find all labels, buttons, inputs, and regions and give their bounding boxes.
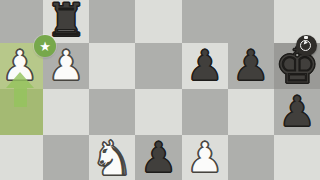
white-pawn-e5[interactable]: ♟ [182, 135, 228, 180]
square-c8[interactable] [89, 0, 135, 43]
move-arrow-head [6, 72, 34, 88]
chessboard-viewport: ♜♟♟♟♟♚♟♞♟♟ ★ [0, 0, 320, 180]
square-a5[interactable] [0, 135, 43, 180]
black-pawn-e7[interactable]: ♟ [182, 43, 228, 89]
square-b5[interactable] [43, 135, 89, 180]
square-d7[interactable] [135, 43, 181, 89]
square-c7[interactable] [89, 43, 135, 89]
star-icon: ★ [39, 40, 51, 53]
move-arrow-stem [14, 87, 27, 107]
square-f5[interactable] [228, 135, 274, 180]
white-knight-c5[interactable]: ♞ [89, 135, 135, 180]
square-e8[interactable] [182, 0, 228, 43]
square-e6[interactable] [182, 89, 228, 135]
chessboard: ♜♟♟♟♟♚♟♞♟♟ [0, 0, 320, 180]
square-g5[interactable] [274, 135, 320, 180]
stopwatch-icon [300, 40, 311, 51]
stopwatch-button [304, 36, 309, 39]
square-d8[interactable] [135, 0, 181, 43]
black-pawn-g6[interactable]: ♟ [274, 89, 320, 135]
square-c6[interactable] [89, 89, 135, 135]
black-pawn-f7[interactable]: ♟ [228, 43, 274, 89]
timeout-stopwatch-badge [296, 35, 317, 56]
black-pawn-d5[interactable]: ♟ [135, 135, 181, 180]
square-d6[interactable] [135, 89, 181, 135]
square-a8[interactable] [0, 0, 43, 43]
square-b6[interactable] [43, 89, 89, 135]
best-move-star-badge: ★ [34, 35, 56, 57]
square-f8[interactable] [228, 0, 274, 43]
square-f6[interactable] [228, 89, 274, 135]
